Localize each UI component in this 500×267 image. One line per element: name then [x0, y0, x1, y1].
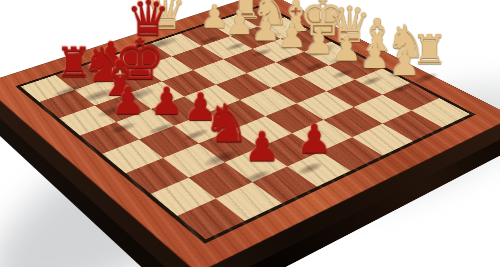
- board-square: [304, 42, 356, 66]
- board-square: [21, 75, 75, 102]
- board-square: [172, 46, 224, 70]
- red-pawn-glyph: ♟: [244, 127, 280, 168]
- board-square: [258, 17, 307, 39]
- board-square: [355, 68, 410, 94]
- board-square: [202, 36, 253, 59]
- board-square: [247, 62, 301, 88]
- board-square: [151, 33, 201, 56]
- red-pawn: ♟: [231, 127, 294, 172]
- board-square: [193, 59, 246, 84]
- board-square: [181, 24, 231, 46]
- board-square: [300, 65, 355, 91]
- board-square: [141, 56, 194, 81]
- board-square: [281, 29, 332, 52]
- board-square: [329, 55, 383, 80]
- board-square: [230, 27, 280, 49]
- board-square: [253, 39, 305, 62]
- board-square: [209, 15, 258, 36]
- chess-board: ♜♞♝♚♛♞♟♟♟♟♟♟♛♜♞♝♚♛♝♞♜♟♟♟♟♟♟♟♟: [0, 0, 500, 267]
- board-square: [276, 52, 329, 77]
- board-square: [237, 6, 285, 27]
- board-square: [271, 76, 326, 103]
- red-pawn-glyph: ♟: [296, 119, 332, 159]
- board-square: [224, 49, 276, 73]
- product-photo-stage: ♜♞♝♚♛♞♟♟♟♟♟♟♛♜♞♝♚♛♝♞♜♟♟♟♟♟♟♟♟: [0, 0, 500, 267]
